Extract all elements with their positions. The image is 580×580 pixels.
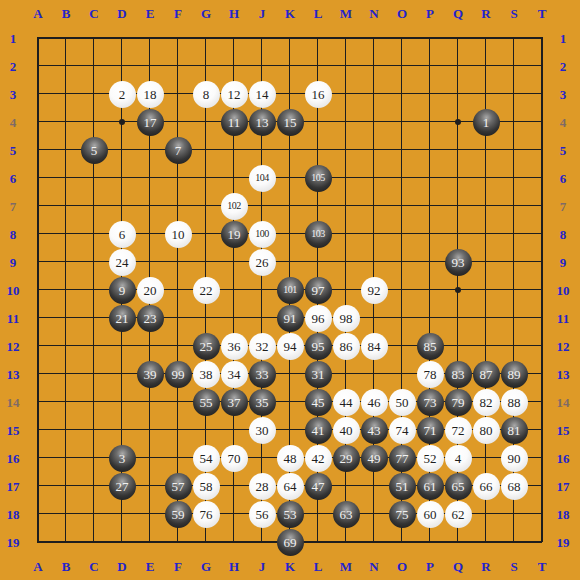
board-point[interactable]: 16 (304, 80, 332, 108)
board-point[interactable] (136, 192, 164, 220)
board-point[interactable] (528, 276, 556, 304)
board-point[interactable]: 83 (444, 360, 472, 388)
board-point[interactable] (388, 248, 416, 276)
board-point[interactable] (472, 500, 500, 528)
board-point[interactable] (24, 192, 52, 220)
board-point[interactable] (136, 528, 164, 556)
stone-black[interactable]: 27 (109, 473, 136, 500)
stone-black[interactable]: 41 (305, 417, 332, 444)
board-point[interactable]: 79 (444, 388, 472, 416)
stone-white[interactable]: 24 (109, 249, 136, 276)
board-point[interactable] (276, 220, 304, 248)
board-point[interactable] (528, 164, 556, 192)
stone-white[interactable]: 46 (361, 389, 388, 416)
board-point[interactable] (220, 472, 248, 500)
board-point[interactable] (416, 220, 444, 248)
stone-black[interactable]: 103 (305, 221, 332, 248)
stone-white[interactable]: 16 (305, 81, 332, 108)
stone-white[interactable]: 68 (501, 473, 528, 500)
board-point[interactable] (52, 416, 80, 444)
stone-black[interactable]: 63 (333, 501, 360, 528)
stone-white[interactable]: 6 (109, 221, 136, 248)
board-point[interactable] (444, 276, 472, 304)
board-point[interactable] (500, 332, 528, 360)
stone-white[interactable]: 8 (193, 81, 220, 108)
board-point[interactable] (108, 332, 136, 360)
stone-black[interactable]: 35 (249, 389, 276, 416)
board-point[interactable]: 26 (248, 248, 276, 276)
board-point[interactable] (220, 500, 248, 528)
board-point[interactable] (24, 444, 52, 472)
board-point[interactable] (500, 276, 528, 304)
board-point[interactable]: 1 (472, 108, 500, 136)
board-point[interactable]: 19 (220, 220, 248, 248)
board-point[interactable] (192, 248, 220, 276)
board-point[interactable]: 5 (80, 136, 108, 164)
board-point[interactable] (500, 500, 528, 528)
stone-black[interactable]: 3 (109, 445, 136, 472)
board-point[interactable]: 82 (472, 388, 500, 416)
board-point[interactable] (136, 332, 164, 360)
board-point[interactable] (528, 388, 556, 416)
board-point[interactable] (528, 52, 556, 80)
stone-black[interactable]: 85 (417, 333, 444, 360)
board-point[interactable]: 51 (388, 472, 416, 500)
board-point[interactable] (500, 528, 528, 556)
board-point[interactable] (108, 528, 136, 556)
stone-black[interactable]: 99 (165, 361, 192, 388)
board-point[interactable] (80, 276, 108, 304)
board-point[interactable] (164, 528, 192, 556)
board-point[interactable] (332, 248, 360, 276)
board-point[interactable] (276, 248, 304, 276)
board-point[interactable] (136, 444, 164, 472)
stone-white[interactable]: 98 (333, 305, 360, 332)
board-point[interactable]: 52 (416, 444, 444, 472)
stone-black[interactable]: 17 (137, 109, 164, 136)
board-point[interactable] (528, 332, 556, 360)
board-point[interactable]: 94 (276, 332, 304, 360)
stone-white[interactable]: 94 (277, 333, 304, 360)
board-point[interactable] (416, 528, 444, 556)
board-point[interactable] (444, 332, 472, 360)
board-point[interactable]: 75 (388, 500, 416, 528)
board-point[interactable]: 54 (192, 444, 220, 472)
board-point[interactable] (416, 276, 444, 304)
board-point[interactable]: 77 (388, 444, 416, 472)
stone-white[interactable]: 52 (417, 445, 444, 472)
board-point[interactable] (80, 472, 108, 500)
board-point[interactable]: 81 (500, 416, 528, 444)
board-point[interactable] (108, 52, 136, 80)
board-point[interactable]: 20 (136, 276, 164, 304)
board-point[interactable] (192, 52, 220, 80)
stone-black[interactable]: 81 (501, 417, 528, 444)
board-point[interactable] (500, 136, 528, 164)
stone-black[interactable]: 37 (221, 389, 248, 416)
board-point[interactable]: 98 (332, 304, 360, 332)
board-point[interactable] (164, 52, 192, 80)
stone-black[interactable]: 69 (277, 529, 304, 556)
board-point[interactable]: 45 (304, 388, 332, 416)
stone-white[interactable]: 78 (417, 361, 444, 388)
board-point[interactable]: 97 (304, 276, 332, 304)
board-point[interactable] (80, 164, 108, 192)
board-point[interactable]: 70 (220, 444, 248, 472)
stone-white[interactable]: 88 (501, 389, 528, 416)
board-point[interactable]: 43 (360, 416, 388, 444)
board-point[interactable] (528, 444, 556, 472)
board-point[interactable] (472, 276, 500, 304)
stone-white[interactable]: 26 (249, 249, 276, 276)
board-point[interactable] (444, 136, 472, 164)
board-point[interactable] (360, 248, 388, 276)
stone-white[interactable]: 44 (333, 389, 360, 416)
board-point[interactable] (52, 304, 80, 332)
board-point[interactable]: 105 (304, 164, 332, 192)
stone-black[interactable]: 77 (389, 445, 416, 472)
board-point[interactable] (80, 52, 108, 80)
board-point[interactable] (164, 416, 192, 444)
board-point[interactable] (80, 80, 108, 108)
board-point[interactable]: 33 (248, 360, 276, 388)
board-point[interactable]: 14 (248, 80, 276, 108)
stone-white[interactable]: 74 (389, 417, 416, 444)
board-point[interactable] (136, 164, 164, 192)
board-point[interactable] (164, 108, 192, 136)
board-point[interactable]: 66 (472, 472, 500, 500)
stone-white[interactable]: 10 (165, 221, 192, 248)
board-point[interactable] (80, 220, 108, 248)
stone-white[interactable]: 36 (221, 333, 248, 360)
board-point[interactable] (136, 52, 164, 80)
board-point[interactable] (360, 164, 388, 192)
board-point[interactable]: 17 (136, 108, 164, 136)
board-point[interactable]: 28 (248, 472, 276, 500)
board-point[interactable] (52, 500, 80, 528)
board-point[interactable]: 7 (164, 136, 192, 164)
stone-white[interactable]: 84 (361, 333, 388, 360)
board-point[interactable] (52, 444, 80, 472)
board-point[interactable]: 73 (416, 388, 444, 416)
board-point[interactable] (388, 136, 416, 164)
board-point[interactable] (500, 108, 528, 136)
board-point[interactable] (80, 360, 108, 388)
stone-black[interactable]: 5 (81, 137, 108, 164)
board-point[interactable]: 27 (108, 472, 136, 500)
board-point[interactable]: 8 (192, 80, 220, 108)
stone-white[interactable]: 12 (221, 81, 248, 108)
board-point[interactable] (472, 164, 500, 192)
board-point[interactable] (276, 24, 304, 52)
stone-black[interactable]: 65 (445, 473, 472, 500)
board-point[interactable]: 95 (304, 332, 332, 360)
board-point[interactable]: 93 (444, 248, 472, 276)
stone-white[interactable]: 82 (473, 389, 500, 416)
board-point[interactable]: 38 (192, 360, 220, 388)
board-point[interactable] (248, 304, 276, 332)
board-point[interactable] (360, 24, 388, 52)
board-point[interactable] (304, 52, 332, 80)
board-point[interactable] (136, 416, 164, 444)
board-point[interactable] (332, 528, 360, 556)
board-point[interactable] (416, 136, 444, 164)
board-point[interactable] (472, 220, 500, 248)
board-point[interactable] (24, 528, 52, 556)
board-point[interactable] (528, 80, 556, 108)
board-point[interactable] (24, 360, 52, 388)
board-point[interactable] (416, 164, 444, 192)
board-point[interactable]: 68 (500, 472, 528, 500)
board-point[interactable]: 10 (164, 220, 192, 248)
board-point[interactable] (80, 192, 108, 220)
board-point[interactable] (276, 192, 304, 220)
board-point[interactable] (80, 332, 108, 360)
board-point[interactable] (136, 136, 164, 164)
board-point[interactable] (472, 80, 500, 108)
board-point[interactable] (52, 24, 80, 52)
board-point[interactable] (388, 332, 416, 360)
stone-white[interactable]: 22 (193, 277, 220, 304)
board-point[interactable]: 69 (276, 528, 304, 556)
stone-white[interactable]: 28 (249, 473, 276, 500)
board-point[interactable] (528, 500, 556, 528)
stone-black[interactable]: 83 (445, 361, 472, 388)
board-point[interactable] (136, 472, 164, 500)
board-point[interactable] (108, 388, 136, 416)
board-point[interactable] (52, 276, 80, 304)
board-point[interactable] (444, 80, 472, 108)
board-point[interactable]: 3 (108, 444, 136, 472)
board-point[interactable] (220, 52, 248, 80)
board-point[interactable]: 18 (136, 80, 164, 108)
board-point[interactable]: 41 (304, 416, 332, 444)
stone-black[interactable]: 55 (193, 389, 220, 416)
board-point[interactable]: 58 (192, 472, 220, 500)
board-point[interactable]: 24 (108, 248, 136, 276)
board-point[interactable]: 49 (360, 444, 388, 472)
board-point[interactable] (444, 220, 472, 248)
stone-black[interactable]: 89 (501, 361, 528, 388)
board-point[interactable]: 59 (164, 500, 192, 528)
board-point[interactable] (248, 276, 276, 304)
stone-white[interactable]: 96 (305, 305, 332, 332)
stone-black[interactable]: 13 (249, 109, 276, 136)
board-point[interactable] (276, 360, 304, 388)
board-point[interactable] (220, 136, 248, 164)
board-point[interactable] (388, 164, 416, 192)
stone-black[interactable]: 25 (193, 333, 220, 360)
board-point[interactable]: 47 (304, 472, 332, 500)
board-point[interactable] (416, 192, 444, 220)
board-point[interactable] (192, 304, 220, 332)
board-point[interactable]: 32 (248, 332, 276, 360)
stone-black[interactable]: 75 (389, 501, 416, 528)
stone-white[interactable]: 80 (473, 417, 500, 444)
board-point[interactable]: 76 (192, 500, 220, 528)
stone-white[interactable]: 42 (305, 445, 332, 472)
board-point[interactable] (388, 304, 416, 332)
stone-white[interactable]: 90 (501, 445, 528, 472)
stone-black[interactable]: 61 (417, 473, 444, 500)
board-point[interactable] (248, 192, 276, 220)
stone-black[interactable]: 87 (473, 361, 500, 388)
stone-white[interactable]: 14 (249, 81, 276, 108)
board-point[interactable] (164, 444, 192, 472)
stone-black[interactable]: 39 (137, 361, 164, 388)
board-point[interactable]: 102 (220, 192, 248, 220)
board-point[interactable]: 15 (276, 108, 304, 136)
board-point[interactable] (332, 360, 360, 388)
board-point[interactable] (416, 80, 444, 108)
board-point[interactable] (52, 136, 80, 164)
board-point[interactable]: 87 (472, 360, 500, 388)
board-point[interactable] (248, 24, 276, 52)
board-point[interactable] (52, 220, 80, 248)
board-point[interactable] (416, 24, 444, 52)
board-point[interactable] (164, 248, 192, 276)
board-point[interactable] (136, 500, 164, 528)
board-point[interactable] (24, 136, 52, 164)
board-point[interactable] (388, 360, 416, 388)
board-point[interactable] (500, 248, 528, 276)
board-point[interactable] (24, 108, 52, 136)
board-point[interactable] (332, 80, 360, 108)
board-point[interactable] (388, 108, 416, 136)
board-point[interactable] (220, 528, 248, 556)
board-point[interactable] (360, 500, 388, 528)
stone-white[interactable]: 2 (109, 81, 136, 108)
board-point[interactable] (52, 164, 80, 192)
stone-white[interactable]: 70 (221, 445, 248, 472)
board-point[interactable]: 42 (304, 444, 332, 472)
board-point[interactable] (192, 220, 220, 248)
board-point[interactable] (528, 220, 556, 248)
stone-black[interactable]: 45 (305, 389, 332, 416)
board-point[interactable] (444, 304, 472, 332)
board-point[interactable] (220, 304, 248, 332)
stone-black[interactable]: 59 (165, 501, 192, 528)
board-point[interactable] (136, 388, 164, 416)
stone-white[interactable]: 104 (249, 165, 276, 192)
board-point[interactable] (360, 108, 388, 136)
board-point[interactable] (360, 220, 388, 248)
board-point[interactable] (108, 192, 136, 220)
board-point[interactable] (24, 276, 52, 304)
board-point[interactable] (472, 136, 500, 164)
board-point[interactable] (164, 24, 192, 52)
board-point[interactable] (52, 528, 80, 556)
board-point[interactable]: 88 (500, 388, 528, 416)
board-point[interactable] (472, 248, 500, 276)
board-point[interactable]: 11 (220, 108, 248, 136)
board-point[interactable]: 104 (248, 164, 276, 192)
board-point[interactable]: 62 (444, 500, 472, 528)
board-point[interactable] (332, 52, 360, 80)
board-point[interactable] (332, 24, 360, 52)
board-point[interactable] (528, 360, 556, 388)
board-point[interactable] (388, 80, 416, 108)
board-point[interactable] (136, 24, 164, 52)
board-point[interactable] (220, 276, 248, 304)
board-point[interactable] (24, 24, 52, 52)
board-point[interactable] (248, 444, 276, 472)
stone-white[interactable]: 58 (193, 473, 220, 500)
board-point[interactable] (500, 220, 528, 248)
board-point[interactable] (528, 528, 556, 556)
board-point[interactable] (164, 164, 192, 192)
stone-black[interactable]: 53 (277, 501, 304, 528)
board-point[interactable] (192, 136, 220, 164)
board-point[interactable] (528, 108, 556, 136)
board-point[interactable] (248, 52, 276, 80)
stone-black[interactable]: 15 (277, 109, 304, 136)
board-point[interactable]: 25 (192, 332, 220, 360)
board-point[interactable]: 36 (220, 332, 248, 360)
board-point[interactable]: 30 (248, 416, 276, 444)
stone-white[interactable]: 40 (333, 417, 360, 444)
board-point[interactable] (52, 360, 80, 388)
board-point[interactable] (164, 332, 192, 360)
board-point[interactable]: 23 (136, 304, 164, 332)
board-point[interactable] (444, 164, 472, 192)
board-point[interactable] (500, 192, 528, 220)
stone-white[interactable]: 18 (137, 81, 164, 108)
board-point[interactable]: 74 (388, 416, 416, 444)
board-point[interactable] (164, 304, 192, 332)
board-point[interactable] (136, 220, 164, 248)
board-point[interactable] (500, 164, 528, 192)
board-point[interactable] (276, 164, 304, 192)
stone-black[interactable]: 71 (417, 417, 444, 444)
board-point[interactable] (388, 528, 416, 556)
board-point[interactable] (416, 248, 444, 276)
stone-black[interactable]: 97 (305, 277, 332, 304)
board-point[interactable] (108, 108, 136, 136)
board-point[interactable] (500, 24, 528, 52)
board-point[interactable] (528, 416, 556, 444)
board-point[interactable] (332, 136, 360, 164)
board-point[interactable] (80, 24, 108, 52)
board-point[interactable]: 80 (472, 416, 500, 444)
board-point[interactable] (24, 80, 52, 108)
board-point[interactable] (24, 220, 52, 248)
stone-white[interactable]: 100 (249, 221, 276, 248)
board-point[interactable] (24, 500, 52, 528)
board-point[interactable] (276, 136, 304, 164)
board-point[interactable] (80, 248, 108, 276)
board-point[interactable] (164, 192, 192, 220)
stone-white[interactable]: 38 (193, 361, 220, 388)
stone-black[interactable]: 1 (473, 109, 500, 136)
board-point[interactable] (192, 24, 220, 52)
board-point[interactable]: 72 (444, 416, 472, 444)
board-point[interactable]: 21 (108, 304, 136, 332)
board-point[interactable] (332, 220, 360, 248)
board-point[interactable] (52, 388, 80, 416)
board-point[interactable] (360, 136, 388, 164)
board-point[interactable] (472, 332, 500, 360)
stone-white[interactable]: 4 (445, 445, 472, 472)
board-point[interactable]: 60 (416, 500, 444, 528)
board-point[interactable]: 48 (276, 444, 304, 472)
board-point[interactable]: 37 (220, 388, 248, 416)
board-point[interactable] (108, 164, 136, 192)
board-point[interactable]: 64 (276, 472, 304, 500)
board-point[interactable] (220, 248, 248, 276)
board-point[interactable] (304, 500, 332, 528)
board-point[interactable]: 96 (304, 304, 332, 332)
